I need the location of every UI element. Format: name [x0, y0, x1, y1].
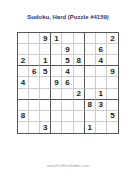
cell-r2c2-empty: [29, 44, 40, 55]
cell-r2c6-empty: [74, 44, 85, 55]
cell-r9c5-empty: [62, 122, 73, 133]
cell-r1c7-empty: [85, 33, 96, 44]
cell-r4c2-given: 6: [29, 66, 40, 77]
cell-r9c9-empty: [107, 122, 118, 133]
cell-r3c6-given: 8: [74, 55, 85, 66]
cell-r1c8-empty: [96, 33, 107, 44]
page-title: Sudoku, Hard (Puzzle #4159): [0, 14, 136, 21]
cell-r9c3-given: 3: [40, 122, 51, 133]
cell-r5c5-given: 6: [62, 77, 73, 88]
cell-r4c3-given: 5: [40, 66, 51, 77]
cell-r7c8-given: 3: [96, 100, 107, 111]
cell-r6c8-given: 1: [96, 89, 107, 100]
cell-r8c2-empty: [29, 111, 40, 122]
cell-r7c9-empty: [107, 100, 118, 111]
cell-r4c7-empty: [85, 66, 96, 77]
cell-r3c3-given: 1: [40, 55, 51, 66]
cell-r7c2-empty: [29, 100, 40, 111]
cell-r6c7-empty: [85, 89, 96, 100]
cell-r3c1-given: 2: [18, 55, 29, 66]
cell-r4c8-empty: [96, 66, 107, 77]
cell-r9c7-given: 1: [85, 122, 96, 133]
cell-r3c7-empty: [85, 55, 96, 66]
cell-r1c3-given: 9: [40, 33, 51, 44]
cell-r9c6-empty: [74, 122, 85, 133]
cell-r5c8-empty: [96, 77, 107, 88]
cell-r4c4-empty: [51, 66, 62, 77]
cell-r2c7-empty: [85, 44, 96, 55]
cell-r6c9-empty: [107, 89, 118, 100]
cell-r8c1-given: 8: [18, 111, 29, 122]
cell-r9c2-empty: [29, 122, 40, 133]
cell-r3c4-empty: [51, 55, 62, 66]
cell-r6c4-empty: [51, 89, 62, 100]
cell-r2c5-given: 9: [62, 44, 73, 55]
cell-r1c9-given: 2: [107, 33, 118, 44]
cell-r8c9-given: 5: [107, 111, 118, 122]
cell-r4c6-empty: [74, 66, 85, 77]
cell-r7c3-empty: [40, 100, 51, 111]
cell-r3c2-empty: [29, 55, 40, 66]
cell-r4c5-given: 4: [62, 66, 73, 77]
cell-r9c1-empty: [18, 122, 29, 133]
cell-r5c7-empty: [85, 77, 96, 88]
cell-r6c3-empty: [40, 89, 51, 100]
cell-r6c5-empty: [62, 89, 73, 100]
cell-r8c6-empty: [74, 111, 85, 122]
cell-r3c5-given: 5: [62, 55, 73, 66]
cell-r7c4-empty: [51, 100, 62, 111]
cell-r3c8-given: 4: [96, 55, 107, 66]
cell-r4c9-given: 9: [107, 66, 118, 77]
cell-r2c8-given: 6: [96, 44, 107, 55]
footer-url: www.PrintFreeSudoku.com: [0, 164, 136, 168]
cell-r8c5-empty: [62, 111, 73, 122]
cell-r8c4-empty: [51, 111, 62, 122]
cell-r8c7-empty: [85, 111, 96, 122]
sudoku-board: 9129621584654949621838531: [17, 32, 119, 134]
cell-r5c2-empty: [29, 77, 40, 88]
cell-r6c6-given: 2: [74, 89, 85, 100]
cell-r2c9-empty: [107, 44, 118, 55]
cell-r4c1-empty: [18, 66, 29, 77]
cell-r1c2-empty: [29, 33, 40, 44]
cell-r9c8-empty: [96, 122, 107, 133]
cell-r5c6-empty: [74, 77, 85, 88]
cell-r2c4-empty: [51, 44, 62, 55]
cell-r6c1-empty: [18, 89, 29, 100]
cell-r5c1-given: 4: [18, 77, 29, 88]
cell-r9c4-empty: [51, 122, 62, 133]
cell-r6c2-empty: [29, 89, 40, 100]
cell-r3c9-empty: [107, 55, 118, 66]
cell-r2c1-empty: [18, 44, 29, 55]
cell-r5c4-given: 9: [51, 77, 62, 88]
cell-r1c5-empty: [62, 33, 73, 44]
cell-r7c7-given: 8: [85, 100, 96, 111]
cell-r2c3-empty: [40, 44, 51, 55]
cell-r8c3-empty: [40, 111, 51, 122]
cell-r1c4-given: 1: [51, 33, 62, 44]
cell-r1c6-empty: [74, 33, 85, 44]
cell-r5c9-empty: [107, 77, 118, 88]
cell-r5c3-empty: [40, 77, 51, 88]
cell-r7c6-empty: [74, 100, 85, 111]
cell-r7c5-empty: [62, 100, 73, 111]
cell-r7c1-empty: [18, 100, 29, 111]
cell-r8c8-empty: [96, 111, 107, 122]
cell-r1c1-empty: [18, 33, 29, 44]
